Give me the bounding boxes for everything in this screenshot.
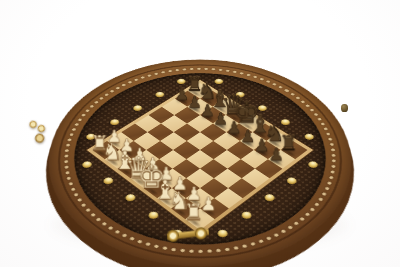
piece-black-pawn-f7: ♟ — [240, 128, 255, 145]
piece-black-pawn-e7: ♟ — [226, 119, 241, 136]
brass-floret-icon — [285, 176, 298, 185]
brass-floret-icon — [303, 132, 316, 140]
piece-black-pawn-g7: ♟ — [254, 137, 269, 154]
brass-floret-icon — [102, 176, 115, 185]
brass-floret-icon — [216, 228, 230, 238]
photo-stage: ♜♞♝♛♚♝♞♜♟♟♟♟♟♟♟♟♟♟♟♟♟♟♟♟♜♞♝♛♚♝♞♜ — [0, 0, 400, 267]
piece-white-rook-h1: ♜ — [183, 201, 204, 224]
brass-floret-icon — [132, 104, 144, 112]
brass-floret-icon — [147, 210, 161, 220]
piece-black-pawn-d7: ♟ — [213, 111, 228, 128]
right-hinge-pin-icon — [341, 104, 348, 112]
brass-floret-icon — [240, 210, 254, 220]
piece-black-pawn-h7: ♟ — [268, 146, 284, 163]
brass-floret-icon — [81, 160, 94, 169]
